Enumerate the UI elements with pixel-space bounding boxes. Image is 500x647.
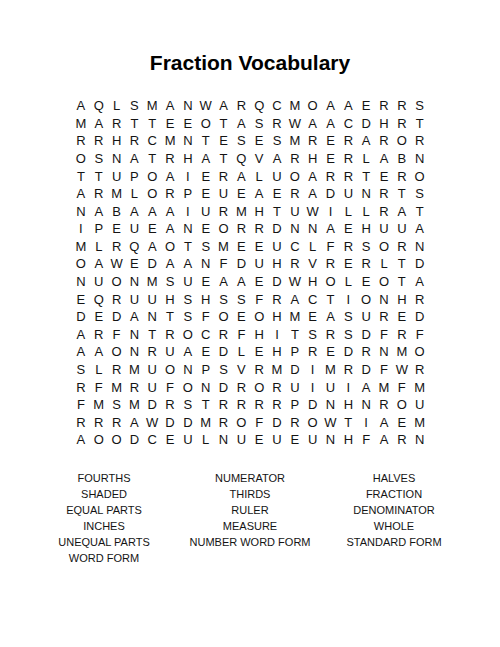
grid-cell: L bbox=[357, 150, 375, 168]
grid-cell: U bbox=[161, 343, 179, 361]
grid-cell: L bbox=[197, 431, 215, 449]
grid-cell: R bbox=[90, 326, 108, 344]
grid-cell: E bbox=[375, 167, 393, 185]
word-list: FOURTHSSHADEDEQUAL PARTSINCHESUNEQUAL PA… bbox=[0, 470, 500, 570]
grid-cell: D bbox=[268, 220, 286, 238]
grid-cell: O bbox=[108, 273, 126, 291]
grid-cell: A bbox=[72, 97, 90, 115]
grid-cell: F bbox=[232, 326, 250, 344]
grid-cell: R bbox=[375, 132, 393, 150]
grid-cell: U bbox=[286, 378, 304, 396]
grid-cell: R bbox=[375, 308, 393, 326]
grid-cell: T bbox=[357, 167, 375, 185]
grid-cell: O bbox=[179, 378, 197, 396]
grid-cell: F bbox=[411, 326, 429, 344]
grid-cell: N bbox=[411, 431, 429, 449]
grid-cell: S bbox=[232, 290, 250, 308]
grid-cell: E bbox=[250, 273, 268, 291]
grid-cell: T bbox=[161, 308, 179, 326]
grid-cell: E bbox=[197, 185, 215, 203]
grid-cell: M bbox=[393, 343, 411, 361]
grid-cell: L bbox=[90, 238, 108, 256]
grid-cell: O bbox=[375, 273, 393, 291]
grid-cell: A bbox=[286, 290, 304, 308]
grid-cell: O bbox=[286, 167, 304, 185]
word-list-column-2: NUMERATORTHIRDSRULERMEASURENUMBER WORD F… bbox=[160, 470, 340, 550]
grid-cell: E bbox=[322, 343, 340, 361]
grid-cell: R bbox=[108, 361, 126, 379]
grid-cell: M bbox=[286, 132, 304, 150]
grid-cell: D bbox=[322, 185, 340, 203]
grid-cell: U bbox=[375, 220, 393, 238]
grid-cell: U bbox=[197, 202, 215, 220]
grid-cell: P bbox=[197, 361, 215, 379]
grid-cell: I bbox=[339, 290, 357, 308]
grid-cell: V bbox=[232, 361, 250, 379]
grid-cell: R bbox=[268, 115, 286, 133]
word-list-item: WORD FORM bbox=[24, 550, 184, 566]
grid-cell: U bbox=[250, 255, 268, 273]
word-list-item: NUMERATOR bbox=[160, 470, 340, 486]
grid-cell: R bbox=[357, 255, 375, 273]
grid-cell: I bbox=[304, 361, 322, 379]
grid-cell: S bbox=[215, 361, 233, 379]
grid-cell: D bbox=[232, 255, 250, 273]
grid-cell: A bbox=[90, 255, 108, 273]
grid-cell: N bbox=[125, 326, 143, 344]
grid-cell: M bbox=[72, 238, 90, 256]
grid-cell: H bbox=[339, 431, 357, 449]
grid-cell: R bbox=[322, 167, 340, 185]
grid-cell: T bbox=[393, 255, 411, 273]
grid-cell: R bbox=[108, 290, 126, 308]
grid-cell: A bbox=[90, 115, 108, 133]
grid-cell: R bbox=[339, 167, 357, 185]
grid-cell: U bbox=[286, 202, 304, 220]
grid-cell: V bbox=[250, 150, 268, 168]
grid-cell: D bbox=[108, 308, 126, 326]
grid-cell: M bbox=[197, 413, 215, 431]
grid-cell: L bbox=[232, 343, 250, 361]
grid-cell: E bbox=[72, 290, 90, 308]
grid-cell: N bbox=[125, 343, 143, 361]
puzzle-title: Fraction Vocabulary bbox=[0, 51, 500, 75]
grid-cell: H bbox=[250, 326, 268, 344]
grid-cell: I bbox=[304, 378, 322, 396]
grid-cell: E bbox=[125, 255, 143, 273]
grid-cell: N bbox=[375, 343, 393, 361]
grid-cell: A bbox=[125, 150, 143, 168]
grid-cell: A bbox=[375, 150, 393, 168]
grid-cell: O bbox=[250, 308, 268, 326]
grid-cell: F bbox=[161, 378, 179, 396]
grid-cell: R bbox=[125, 378, 143, 396]
grid-cell: N bbox=[357, 185, 375, 203]
grid-cell: R bbox=[393, 326, 411, 344]
grid-cell: M bbox=[72, 115, 90, 133]
grid-cell: H bbox=[357, 220, 375, 238]
grid-cell: W bbox=[108, 255, 126, 273]
word-list-item: MEASURE bbox=[160, 518, 340, 534]
grid-cell: A bbox=[125, 202, 143, 220]
grid-cell: M bbox=[108, 185, 126, 203]
grid-cell: C bbox=[286, 238, 304, 256]
grid-cell: D bbox=[125, 431, 143, 449]
grid-cell: D bbox=[215, 343, 233, 361]
grid-cell: S bbox=[411, 97, 429, 115]
grid-cell: M bbox=[108, 378, 126, 396]
grid-cell: D bbox=[215, 378, 233, 396]
grid-cell: E bbox=[339, 255, 357, 273]
grid-cell: R bbox=[375, 202, 393, 220]
grid-cell: U bbox=[143, 378, 161, 396]
grid-cell: E bbox=[250, 132, 268, 150]
grid-cell: I bbox=[179, 202, 197, 220]
word-list-item: HALVES bbox=[314, 470, 474, 486]
grid-cell: O bbox=[393, 132, 411, 150]
grid-cell: E bbox=[393, 308, 411, 326]
grid-cell: R bbox=[411, 132, 429, 150]
word-list-item: DENOMINATOR bbox=[314, 502, 474, 518]
grid-cell: R bbox=[393, 238, 411, 256]
grid-cell: F bbox=[72, 396, 90, 414]
grid-cell: T bbox=[215, 150, 233, 168]
grid-cell: R bbox=[161, 326, 179, 344]
grid-cell: S bbox=[304, 326, 322, 344]
grid-cell: N bbox=[411, 150, 429, 168]
grid-cell: A bbox=[322, 97, 340, 115]
grid-cell: A bbox=[215, 273, 233, 291]
grid-cell: T bbox=[197, 396, 215, 414]
grid-cell: M bbox=[143, 273, 161, 291]
worksheet-page: Fraction Vocabulary AQLSMANWARQCMOAAERRS… bbox=[0, 0, 500, 647]
grid-cell: A bbox=[411, 273, 429, 291]
grid-cell: N bbox=[286, 220, 304, 238]
grid-cell: U bbox=[143, 361, 161, 379]
grid-cell: D bbox=[268, 413, 286, 431]
grid-cell: Q bbox=[125, 238, 143, 256]
grid-cell: H bbox=[250, 202, 268, 220]
grid-cell: E bbox=[250, 431, 268, 449]
grid-cell: A bbox=[304, 185, 322, 203]
grid-cell: C bbox=[339, 115, 357, 133]
grid-cell: R bbox=[286, 185, 304, 203]
grid-cell: E bbox=[197, 167, 215, 185]
grid-cell: E bbox=[90, 308, 108, 326]
grid-cell: T bbox=[125, 115, 143, 133]
grid-cell: A bbox=[375, 413, 393, 431]
grid-cell: A bbox=[72, 431, 90, 449]
grid-cell: U bbox=[108, 167, 126, 185]
grid-cell: N bbox=[72, 202, 90, 220]
word-list-item: FRACTION bbox=[314, 486, 474, 502]
grid-cell: W bbox=[143, 413, 161, 431]
grid-cell: S bbox=[339, 326, 357, 344]
grid-cell: T bbox=[72, 167, 90, 185]
grid-cell: R bbox=[72, 132, 90, 150]
grid-cell: R bbox=[339, 150, 357, 168]
grid-cell: R bbox=[161, 150, 179, 168]
grid-cell: E bbox=[197, 343, 215, 361]
grid-cell: U bbox=[215, 185, 233, 203]
grid-cell: A bbox=[72, 343, 90, 361]
grid-cell: R bbox=[250, 220, 268, 238]
grid-cell: H bbox=[268, 255, 286, 273]
grid-cell: E bbox=[179, 115, 197, 133]
grid-cell: S bbox=[215, 290, 233, 308]
grid-cell: R bbox=[250, 396, 268, 414]
grid-cell: D bbox=[143, 255, 161, 273]
grid-cell: M bbox=[232, 202, 250, 220]
grid-cell: E bbox=[232, 185, 250, 203]
grid-cell: S bbox=[339, 308, 357, 326]
grid-cell: O bbox=[322, 273, 340, 291]
grid-cell: W bbox=[393, 361, 411, 379]
grid-cell: M bbox=[286, 97, 304, 115]
grid-cell: R bbox=[90, 413, 108, 431]
grid-cell: T bbox=[339, 413, 357, 431]
grid-cell: T bbox=[286, 326, 304, 344]
grid-cell: O bbox=[304, 413, 322, 431]
grid-cell: O bbox=[375, 238, 393, 256]
grid-cell: U bbox=[304, 431, 322, 449]
grid-cell: U bbox=[322, 378, 340, 396]
grid-cell: R bbox=[393, 115, 411, 133]
grid-cell: Q bbox=[90, 97, 108, 115]
grid-cell: M bbox=[161, 132, 179, 150]
grid-cell: D bbox=[357, 115, 375, 133]
grid-cell: T bbox=[179, 238, 197, 256]
grid-cell: O bbox=[179, 326, 197, 344]
grid-cell: U bbox=[268, 238, 286, 256]
grid-cell: A bbox=[125, 413, 143, 431]
grid-cell: L bbox=[339, 273, 357, 291]
grid-cell: F bbox=[375, 361, 393, 379]
grid-cell: R bbox=[215, 396, 233, 414]
grid-cell: A bbox=[161, 255, 179, 273]
grid-cell: A bbox=[322, 115, 340, 133]
grid-cell: E bbox=[250, 343, 268, 361]
grid-cell: Q bbox=[90, 290, 108, 308]
grid-cell: R bbox=[215, 326, 233, 344]
grid-cell: L bbox=[304, 238, 322, 256]
grid-cell: U bbox=[125, 290, 143, 308]
grid-cell: C bbox=[304, 290, 322, 308]
grid-cell: D bbox=[161, 413, 179, 431]
grid-cell: A bbox=[125, 308, 143, 326]
grid-cell: D bbox=[268, 273, 286, 291]
grid-cell: U bbox=[411, 396, 429, 414]
grid-cell: S bbox=[357, 238, 375, 256]
grid-cell: O bbox=[72, 255, 90, 273]
grid-cell: P bbox=[125, 167, 143, 185]
word-list-column-3: HALVESFRACTIONDENOMINATORWHOLESTANDARD F… bbox=[314, 470, 474, 550]
grid-cell: S bbox=[197, 238, 215, 256]
grid-cell: A bbox=[232, 167, 250, 185]
grid-cell: A bbox=[161, 202, 179, 220]
grid-cell: A bbox=[72, 185, 90, 203]
grid-cell: R bbox=[90, 132, 108, 150]
word-list-item: RULER bbox=[160, 502, 340, 518]
grid-cell: C bbox=[143, 431, 161, 449]
grid-cell: L bbox=[108, 97, 126, 115]
grid-cell: D bbox=[143, 396, 161, 414]
grid-cell: R bbox=[268, 290, 286, 308]
grid-cell: T bbox=[322, 290, 340, 308]
grid-cell: F bbox=[250, 413, 268, 431]
grid-cell: M bbox=[411, 378, 429, 396]
grid-cell: A bbox=[197, 150, 215, 168]
grid-cell: I bbox=[72, 220, 90, 238]
grid-cell: D bbox=[304, 396, 322, 414]
grid-cell: L bbox=[357, 202, 375, 220]
grid-cell: R bbox=[411, 361, 429, 379]
grid-cell: A bbox=[143, 238, 161, 256]
grid-cell: A bbox=[215, 97, 233, 115]
grid-cell: O bbox=[393, 396, 411, 414]
grid-cell: P bbox=[179, 185, 197, 203]
grid-cell: T bbox=[411, 202, 429, 220]
grid-cell: O bbox=[357, 290, 375, 308]
grid-cell: S bbox=[72, 361, 90, 379]
grid-cell: H bbox=[179, 150, 197, 168]
grid-cell: F bbox=[197, 308, 215, 326]
grid-cell: R bbox=[268, 378, 286, 396]
grid-cell: A bbox=[304, 167, 322, 185]
grid-cell: N bbox=[125, 273, 143, 291]
grid-cell: W bbox=[322, 413, 340, 431]
grid-cell: R bbox=[375, 185, 393, 203]
grid-cell: M bbox=[215, 238, 233, 256]
grid-cell: B bbox=[108, 202, 126, 220]
grid-cell: D bbox=[357, 326, 375, 344]
grid-cell: H bbox=[304, 273, 322, 291]
grid-cell: O bbox=[215, 308, 233, 326]
grid-cell: P bbox=[90, 220, 108, 238]
grid-cell: H bbox=[393, 290, 411, 308]
grid-cell: N bbox=[304, 220, 322, 238]
grid-cell: D bbox=[286, 361, 304, 379]
grid-cell: R bbox=[108, 115, 126, 133]
grid-cell: L bbox=[125, 185, 143, 203]
grid-cell: N bbox=[143, 308, 161, 326]
grid-cell: E bbox=[357, 97, 375, 115]
grid-cell: H bbox=[304, 150, 322, 168]
grid-cell: R bbox=[286, 150, 304, 168]
grid-cell: R bbox=[161, 396, 179, 414]
grid-cell: U bbox=[339, 185, 357, 203]
grid-cell: R bbox=[393, 167, 411, 185]
grid-cell: S bbox=[411, 185, 429, 203]
grid-cell: S bbox=[268, 132, 286, 150]
grid-cell: H bbox=[339, 396, 357, 414]
grid-cell: W bbox=[286, 273, 304, 291]
grid-cell: R bbox=[322, 326, 340, 344]
grid-cell: N bbox=[215, 431, 233, 449]
grid-cell: E bbox=[322, 132, 340, 150]
word-list-item: STANDARD FORM bbox=[314, 534, 474, 550]
grid-cell: M bbox=[125, 361, 143, 379]
grid-cell: A bbox=[304, 115, 322, 133]
grid-cell: R bbox=[286, 413, 304, 431]
grid-cell: T bbox=[197, 132, 215, 150]
grid-cell: A bbox=[375, 431, 393, 449]
grid-cell: H bbox=[108, 132, 126, 150]
grid-cell: U bbox=[143, 290, 161, 308]
grid-cell: R bbox=[232, 396, 250, 414]
grid-cell: F bbox=[375, 326, 393, 344]
grid-cell: N bbox=[411, 238, 429, 256]
grid-cell: R bbox=[393, 431, 411, 449]
grid-cell: R bbox=[143, 343, 161, 361]
grid-cell: H bbox=[268, 308, 286, 326]
grid-cell: M bbox=[411, 413, 429, 431]
grid-cell: R bbox=[393, 97, 411, 115]
grid-cell: M bbox=[90, 396, 108, 414]
grid-cell: S bbox=[250, 115, 268, 133]
grid-cell: M bbox=[125, 396, 143, 414]
grid-cell: A bbox=[250, 185, 268, 203]
grid-cell: A bbox=[90, 343, 108, 361]
grid-cell: E bbox=[108, 220, 126, 238]
grid-cell: O bbox=[304, 97, 322, 115]
grid-cell: S bbox=[161, 273, 179, 291]
grid-cell: A bbox=[232, 115, 250, 133]
grid-cell: N bbox=[357, 396, 375, 414]
grid-cell: A bbox=[322, 220, 340, 238]
grid-cell: A bbox=[161, 167, 179, 185]
grid-cell: N bbox=[72, 273, 90, 291]
grid-cell: O bbox=[197, 115, 215, 133]
grid-cell: W bbox=[286, 115, 304, 133]
grid-cell: C bbox=[268, 97, 286, 115]
grid-cell: D bbox=[339, 343, 357, 361]
grid-cell: F bbox=[322, 238, 340, 256]
grid-cell: M bbox=[286, 308, 304, 326]
grid-cell: N bbox=[197, 255, 215, 273]
grid-cell: M bbox=[375, 378, 393, 396]
grid-cell: F bbox=[90, 378, 108, 396]
grid-cell: O bbox=[411, 343, 429, 361]
grid-cell: S bbox=[90, 150, 108, 168]
grid-cell: S bbox=[179, 290, 197, 308]
grid-cell: V bbox=[304, 255, 322, 273]
grid-cell: E bbox=[286, 431, 304, 449]
grid-cell: E bbox=[339, 220, 357, 238]
grid-cell: E bbox=[232, 308, 250, 326]
grid-cell: R bbox=[250, 361, 268, 379]
grid-cell: R bbox=[161, 185, 179, 203]
grid-cell: U bbox=[90, 273, 108, 291]
grid-cell: O bbox=[143, 185, 161, 203]
grid-cell: H bbox=[375, 115, 393, 133]
grid-cell: N bbox=[179, 132, 197, 150]
grid-cell: E bbox=[197, 273, 215, 291]
grid-cell: E bbox=[232, 238, 250, 256]
grid-cell: E bbox=[143, 220, 161, 238]
grid-cell: I bbox=[339, 378, 357, 396]
grid-cell: Q bbox=[232, 150, 250, 168]
grid-cell: R bbox=[215, 167, 233, 185]
grid-cell: T bbox=[215, 115, 233, 133]
grid-cell: R bbox=[375, 396, 393, 414]
grid-cell: O bbox=[411, 167, 429, 185]
grid-cell: E bbox=[357, 273, 375, 291]
grid-cell: E bbox=[161, 431, 179, 449]
grid-cell: U bbox=[393, 220, 411, 238]
grid-cell: I bbox=[357, 413, 375, 431]
grid-cell: T bbox=[268, 202, 286, 220]
